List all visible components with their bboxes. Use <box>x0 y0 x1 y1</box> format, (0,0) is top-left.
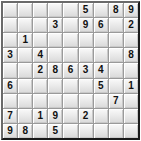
cell-r2c2[interactable] <box>18 18 32 32</box>
cell-r4c8[interactable] <box>109 48 123 62</box>
cell-r8c3[interactable]: 1 <box>33 109 47 123</box>
cell-r3c3[interactable] <box>33 33 47 47</box>
cell-r3c2[interactable]: 1 <box>18 33 32 47</box>
cell-r4c7[interactable] <box>94 48 108 62</box>
given-digit: 9 <box>83 20 89 30</box>
cell-r3c1[interactable] <box>3 33 17 47</box>
cell-r8c4[interactable]: 9 <box>48 109 62 123</box>
cell-r7c2[interactable] <box>18 94 32 108</box>
cell-r5c5[interactable]: 6 <box>63 63 77 77</box>
cell-r3c9[interactable] <box>124 33 138 47</box>
cell-r1c1[interactable] <box>3 3 17 17</box>
cell-r7c4[interactable] <box>48 94 62 108</box>
cell-r8c2[interactable] <box>18 109 32 123</box>
cell-r9c5[interactable] <box>63 124 77 138</box>
cell-r5c9[interactable] <box>124 63 138 77</box>
cell-r9c2[interactable]: 8 <box>18 124 32 138</box>
cell-r6c9[interactable]: 1 <box>124 79 138 93</box>
cell-r9c4[interactable]: 5 <box>48 124 62 138</box>
cell-r9c7[interactable] <box>94 124 108 138</box>
cell-r8c7[interactable] <box>94 109 108 123</box>
given-digit: 6 <box>7 81 13 91</box>
cell-r7c9[interactable] <box>124 94 138 108</box>
given-digit: 2 <box>83 111 89 121</box>
cell-r3c5[interactable] <box>63 33 77 47</box>
cell-r5c6[interactable]: 3 <box>79 63 93 77</box>
cell-r6c6[interactable] <box>79 79 93 93</box>
cell-r4c9[interactable]: 8 <box>124 48 138 62</box>
cell-r1c4[interactable] <box>48 3 62 17</box>
cell-r9c9[interactable] <box>124 124 138 138</box>
given-digit: 2 <box>37 65 43 75</box>
cell-r2c9[interactable]: 2 <box>124 18 138 32</box>
cell-r3c6[interactable] <box>79 33 93 47</box>
cell-r7c6[interactable] <box>79 94 93 108</box>
cell-r8c5[interactable] <box>63 109 77 123</box>
cell-r3c7[interactable] <box>94 33 108 47</box>
cell-r8c6[interactable]: 2 <box>79 109 93 123</box>
given-digit: 1 <box>37 111 43 121</box>
given-digit: 9 <box>53 111 59 121</box>
cell-r2c3[interactable] <box>33 18 47 32</box>
given-digit: 9 <box>128 5 134 15</box>
cell-r6c2[interactable] <box>18 79 32 93</box>
given-digit: 3 <box>7 50 13 60</box>
given-digit: 8 <box>128 50 134 60</box>
cell-r6c3[interactable] <box>33 79 47 93</box>
cell-r5c2[interactable] <box>18 63 32 77</box>
given-digit: 9 <box>7 126 13 136</box>
cell-r8c9[interactable] <box>124 109 138 123</box>
cell-r9c1[interactable]: 9 <box>3 124 17 138</box>
cell-r1c6[interactable]: 5 <box>79 3 93 17</box>
cell-r6c8[interactable] <box>109 79 123 93</box>
given-digit: 5 <box>83 5 89 15</box>
cell-r2c4[interactable]: 3 <box>48 18 62 32</box>
sudoku-board: 589396213482863465177192985 <box>1 1 140 140</box>
cell-r5c1[interactable] <box>3 63 17 77</box>
cell-r9c3[interactable] <box>33 124 47 138</box>
given-digit: 4 <box>37 50 43 60</box>
given-digit: 6 <box>98 20 104 30</box>
cell-r1c3[interactable] <box>33 3 47 17</box>
cell-r4c5[interactable] <box>63 48 77 62</box>
cell-r5c4[interactable]: 8 <box>48 63 62 77</box>
given-digit: 5 <box>98 81 104 91</box>
cell-r1c7[interactable] <box>94 3 108 17</box>
cell-r5c3[interactable]: 2 <box>33 63 47 77</box>
cell-r8c1[interactable]: 7 <box>3 109 17 123</box>
given-digit: 8 <box>113 5 119 15</box>
given-digit: 7 <box>7 111 13 121</box>
cell-r6c7[interactable]: 5 <box>94 79 108 93</box>
cell-r9c6[interactable] <box>79 124 93 138</box>
given-digit: 1 <box>22 35 28 45</box>
cell-r7c7[interactable] <box>94 94 108 108</box>
cell-r4c4[interactable] <box>48 48 62 62</box>
cell-r7c3[interactable] <box>33 94 47 108</box>
cell-r5c7[interactable]: 4 <box>94 63 108 77</box>
cell-r1c5[interactable] <box>63 3 77 17</box>
given-digit: 1 <box>128 81 134 91</box>
cell-r2c8[interactable] <box>109 18 123 32</box>
cell-r4c6[interactable] <box>79 48 93 62</box>
cell-r2c1[interactable] <box>3 18 17 32</box>
cell-r6c5[interactable] <box>63 79 77 93</box>
given-digit: 3 <box>83 65 89 75</box>
cell-r1c2[interactable] <box>18 3 32 17</box>
given-digit: 3 <box>53 20 59 30</box>
cell-r4c3[interactable]: 4 <box>33 48 47 62</box>
given-digit: 7 <box>113 96 119 106</box>
cell-r4c2[interactable] <box>18 48 32 62</box>
cell-r7c1[interactable] <box>3 94 17 108</box>
cell-r1c8[interactable]: 8 <box>109 3 123 17</box>
cell-r8c8[interactable] <box>109 109 123 123</box>
cell-r3c4[interactable] <box>48 33 62 47</box>
given-digit: 5 <box>53 126 59 136</box>
cell-r4c1[interactable]: 3 <box>3 48 17 62</box>
cell-r2c6[interactable]: 9 <box>79 18 93 32</box>
given-digit: 2 <box>128 20 134 30</box>
given-digit: 6 <box>68 65 74 75</box>
cell-r7c5[interactable] <box>63 94 77 108</box>
given-digit: 8 <box>53 65 59 75</box>
cell-r6c4[interactable] <box>48 79 62 93</box>
given-digit: 8 <box>22 126 28 136</box>
cell-r5c8[interactable] <box>109 63 123 77</box>
cell-r2c7[interactable]: 6 <box>94 18 108 32</box>
given-digit: 4 <box>98 65 104 75</box>
cell-r9c8[interactable] <box>109 124 123 138</box>
cell-r3c8[interactable] <box>109 33 123 47</box>
cell-r6c1[interactable]: 6 <box>3 79 17 93</box>
cell-r1c9[interactable]: 9 <box>124 3 138 17</box>
cell-r2c5[interactable] <box>63 18 77 32</box>
cell-r7c8[interactable]: 7 <box>109 94 123 108</box>
